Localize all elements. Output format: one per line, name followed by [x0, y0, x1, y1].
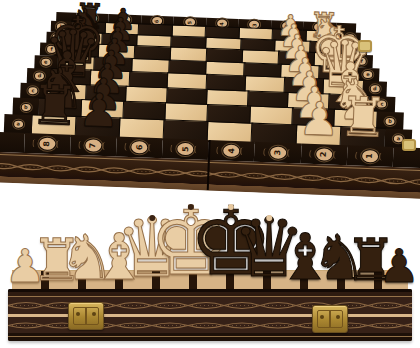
board-edge-clasp	[358, 40, 372, 52]
edge-label-cell: 5	[162, 138, 209, 159]
coordinate-medallion: 3	[249, 20, 259, 28]
black-pawn: ♟	[77, 88, 120, 135]
coordinate-medallion: 7	[85, 139, 101, 152]
box-pinline	[8, 336, 412, 337]
coordinate-medallion: 4	[217, 19, 227, 27]
coordinate-medallion: a	[14, 121, 23, 128]
product-photo-chess-set: 87654321hhggffeeddccbbaa87654321♜♞♝♛♚♝♞♜…	[0, 0, 420, 348]
coordinate-medallion: 5	[185, 18, 195, 26]
edge-label-cell: 4	[208, 140, 255, 161]
coordinate-medallion: 6	[131, 141, 147, 154]
black-pawn: ♟	[378, 243, 419, 289]
border-corner	[0, 132, 25, 153]
black-queen-finial	[266, 215, 272, 221]
coordinate-medallion: 4	[223, 144, 239, 157]
board-edge-clasp	[402, 139, 416, 151]
coordinate-medallion: 8	[39, 137, 55, 150]
coordinate-medallion: 6	[152, 17, 162, 25]
coordinate-medallion: 5	[177, 143, 193, 156]
coordinate-medallion: 3	[269, 146, 285, 159]
edge-label-cell: 6	[116, 137, 163, 158]
edge-label-cell: 3	[254, 142, 301, 163]
coordinate-medallion: 1	[362, 150, 378, 163]
coordinate-medallion: 2	[316, 148, 332, 161]
box-bottom-edge	[8, 333, 412, 341]
white-rook: ♜	[338, 90, 389, 146]
brass-latch-left	[68, 302, 104, 330]
coordinate-medallion: b	[21, 103, 30, 110]
white-pawn: ♟	[298, 96, 341, 143]
brass-latch-right	[312, 305, 348, 333]
left-border-cell: a	[4, 114, 32, 134]
black-rook: ♜	[29, 79, 80, 135]
